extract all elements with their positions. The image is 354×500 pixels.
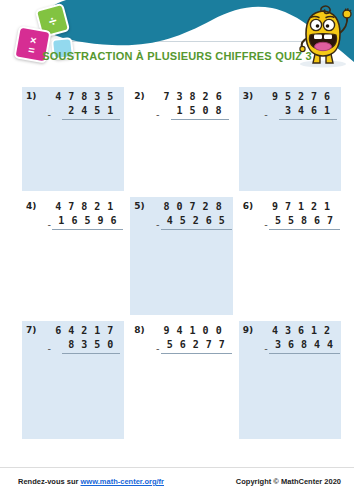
- page-title: SOUSTRACTION À PLUSIEURS CHIFFRES QUIZ 3: [0, 50, 354, 62]
- minuend: 94100: [155, 325, 229, 337]
- problem-box-1: 1) 47835 - 2451: [22, 87, 124, 191]
- problem-number: 9): [243, 325, 253, 335]
- subtrahend: 16596: [52, 215, 123, 230]
- problem-number: 3): [243, 91, 253, 101]
- subtrahend: 3461: [279, 105, 337, 120]
- minuend: 95276: [263, 91, 337, 103]
- problems-grid: 1) 47835 - 2451 2) 73826 - 1508 3): [22, 87, 341, 439]
- subtrahend: 56277: [161, 339, 232, 354]
- footer-left-text: Rendez-vous sur: [18, 477, 81, 486]
- problem-box-3: 3) 95276 - 3461: [239, 87, 341, 191]
- footer-left: Rendez-vous sur www.math-center.org/fr: [18, 477, 164, 486]
- problem-number: 5): [134, 201, 144, 211]
- subtraction-work: 73826 - 1508: [155, 91, 229, 120]
- subtrahend: 55867: [269, 215, 340, 230]
- subtraction-work: 80728 - 45265: [155, 201, 229, 230]
- problem-box-6: 6) 97121 - 55867: [239, 197, 341, 315]
- problem-number: 7): [26, 325, 36, 335]
- problem-box-8: 8) 94100 - 56277: [130, 321, 232, 439]
- minus-sign: -: [155, 109, 161, 120]
- minuend: 97121: [263, 201, 337, 213]
- divide-symbol: ÷: [47, 12, 59, 29]
- minuend: 43612: [263, 325, 337, 337]
- footer: Rendez-vous sur www.math-center.org/fr C…: [18, 477, 341, 486]
- subtrahend: 1508: [171, 105, 229, 120]
- minuend: 80728: [155, 201, 229, 213]
- minus-sign: -: [263, 109, 269, 120]
- subtrahend: 2451: [62, 105, 120, 120]
- subtraction-work: 95276 - 3461: [263, 91, 337, 120]
- subtrahend: 8350: [62, 339, 120, 354]
- problem-box-7: 7) 64217 - 8350: [22, 321, 124, 439]
- subtraction-work: 64217 - 8350: [46, 325, 120, 354]
- worksheet-page: ÷ × = SOUSTR: [0, 0, 354, 500]
- minuend: 47821: [46, 201, 120, 213]
- minuend: 64217: [46, 325, 120, 337]
- problem-box-4: 4) 47821 - 16596: [22, 197, 124, 315]
- problem-number: 8): [134, 325, 144, 335]
- problem-number: 4): [26, 201, 36, 211]
- minuend: 47835: [46, 91, 120, 103]
- problem-number: 6): [243, 201, 253, 211]
- problem-box-2: 2) 73826 - 1508: [130, 87, 232, 191]
- subtraction-work: 94100 - 56277: [155, 325, 229, 354]
- subtraction-work: 97121 - 55867: [263, 201, 337, 230]
- math-center-link[interactable]: www.math-center.org/fr: [81, 477, 165, 486]
- minuend: 73826: [155, 91, 229, 103]
- problem-number: 1): [26, 91, 36, 101]
- header: ÷ × = SOUSTR: [0, 0, 354, 80]
- subtraction-work: 47821 - 16596: [46, 201, 120, 230]
- subtraction-work: 43612 - 36844: [263, 325, 337, 354]
- problem-box-9: 9) 43612 - 36844: [239, 321, 341, 439]
- subtrahend: 36844: [269, 339, 340, 354]
- problem-number: 2): [134, 91, 144, 101]
- subtrahend: 45265: [161, 215, 232, 230]
- minus-sign: -: [46, 109, 52, 120]
- minus-sign: -: [46, 343, 52, 354]
- footer-copyright: Copyright © MathCenter 2020: [236, 477, 341, 486]
- footer-divider: [0, 467, 354, 468]
- subtraction-work: 47835 - 2451: [46, 91, 120, 120]
- problem-box-5: 5) 80728 - 45265: [130, 197, 232, 315]
